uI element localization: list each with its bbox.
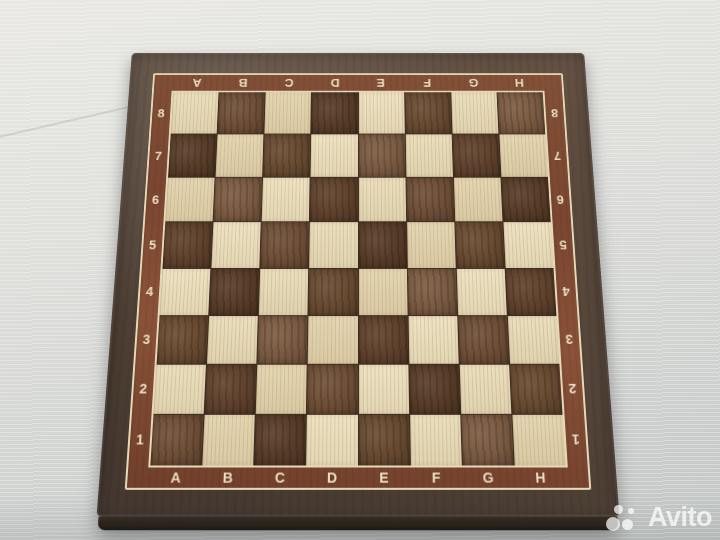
rank-label-left-6: 6 — [145, 178, 166, 223]
square-b2 — [205, 364, 257, 413]
square-d1 — [306, 415, 357, 466]
square-g1 — [461, 415, 514, 466]
rank-label-left-3: 3 — [135, 315, 157, 364]
square-b4 — [209, 268, 259, 314]
square-h4 — [505, 268, 556, 314]
square-c8 — [265, 92, 312, 133]
square-g7 — [452, 134, 500, 177]
rank-label-left-8: 8 — [151, 92, 172, 134]
chess-board: ABCDEFGH ABCDEFGH 87654321 87654321 — [97, 53, 620, 517]
square-h3 — [508, 316, 560, 364]
square-g5 — [455, 223, 504, 268]
rank-label-left-7: 7 — [148, 134, 169, 177]
square-f8 — [405, 92, 452, 133]
rank-label-left-4: 4 — [139, 268, 161, 315]
rank-label-right-8: 8 — [545, 92, 566, 134]
avito-logo-icon — [605, 504, 643, 534]
square-d5 — [309, 223, 357, 268]
square-f7 — [405, 134, 452, 177]
file-label-top-f: F — [404, 75, 450, 91]
rank-label-right-1: 1 — [564, 414, 587, 466]
square-a2 — [154, 364, 207, 413]
square-a1 — [150, 415, 203, 466]
file-label-bottom-h: H — [514, 468, 567, 488]
square-b6 — [214, 178, 263, 222]
square-g8 — [451, 92, 498, 133]
square-f6 — [406, 178, 454, 222]
file-label-top-c: C — [266, 75, 312, 91]
square-h2 — [510, 364, 563, 413]
file-label-top-g: G — [450, 75, 497, 91]
file-label-top-a: A — [173, 75, 220, 91]
avito-watermark: Avito — [605, 504, 712, 534]
square-c2 — [256, 364, 307, 413]
square-a7 — [168, 134, 217, 177]
square-c5 — [260, 223, 309, 268]
avito-watermark-text: Avito — [648, 504, 712, 534]
file-label-top-e: E — [358, 75, 404, 91]
square-d2 — [307, 364, 357, 413]
rank-label-right-2: 2 — [561, 364, 584, 414]
square-e2 — [358, 364, 408, 413]
square-e1 — [358, 415, 409, 466]
file-label-bottom-g: G — [462, 468, 515, 488]
square-e5 — [358, 223, 406, 268]
file-label-top-h: H — [496, 75, 543, 91]
square-b1 — [202, 415, 255, 466]
square-g4 — [456, 268, 506, 314]
file-label-top-d: D — [312, 75, 358, 91]
square-h7 — [499, 134, 548, 177]
rank-label-right-4: 4 — [555, 268, 577, 315]
square-g2 — [459, 364, 511, 413]
file-label-bottom-f: F — [410, 468, 463, 488]
square-c1 — [254, 415, 306, 466]
file-label-bottom-a: A — [149, 468, 202, 488]
square-a4 — [160, 268, 211, 314]
square-f3 — [408, 316, 458, 364]
rank-label-right-3: 3 — [558, 315, 580, 364]
rank-label-right-7: 7 — [547, 134, 568, 177]
square-h8 — [497, 92, 545, 133]
square-d4 — [309, 268, 358, 314]
rank-label-right-6: 6 — [550, 178, 571, 223]
board-squares-grid — [148, 91, 568, 468]
square-c3 — [258, 316, 308, 364]
square-g3 — [458, 316, 509, 364]
rank-label-left-5: 5 — [142, 222, 164, 268]
file-label-bottom-b: B — [201, 468, 254, 488]
square-d6 — [310, 178, 357, 222]
square-a6 — [165, 178, 214, 222]
square-e6 — [358, 178, 405, 222]
square-f5 — [407, 223, 456, 268]
square-a5 — [163, 223, 213, 268]
square-b8 — [218, 92, 265, 133]
square-d8 — [312, 92, 358, 133]
file-label-bottom-c: C — [253, 468, 306, 488]
square-c6 — [262, 178, 310, 222]
square-h1 — [512, 415, 565, 466]
square-e4 — [358, 268, 407, 314]
file-label-bottom-e: E — [358, 468, 410, 488]
square-e3 — [358, 316, 408, 364]
file-label-bottom-d: D — [306, 468, 358, 488]
square-f1 — [410, 415, 462, 466]
rank-label-right-5: 5 — [553, 222, 575, 268]
file-label-top-b: B — [220, 75, 267, 91]
file-labels-top: ABCDEFGH — [173, 75, 542, 91]
square-a3 — [157, 316, 209, 364]
square-e8 — [358, 92, 404, 133]
square-a8 — [171, 92, 219, 133]
square-c7 — [263, 134, 310, 177]
square-b5 — [211, 223, 260, 268]
board-outer-frame: ABCDEFGH ABCDEFGH 87654321 87654321 — [97, 53, 620, 517]
square-f2 — [409, 364, 460, 413]
rank-label-left-1: 1 — [128, 414, 151, 466]
square-d7 — [311, 134, 358, 177]
square-h6 — [501, 178, 550, 222]
square-f4 — [407, 268, 456, 314]
square-c4 — [259, 268, 308, 314]
rank-label-left-2: 2 — [132, 364, 155, 414]
square-e7 — [358, 134, 405, 177]
square-b7 — [216, 134, 264, 177]
file-labels-bottom: ABCDEFGH — [149, 468, 567, 488]
square-b3 — [207, 316, 258, 364]
square-h5 — [503, 223, 553, 268]
photo-scene: ABCDEFGH ABCDEFGH 87654321 87654321 Avit… — [0, 0, 720, 540]
square-g6 — [454, 178, 503, 222]
square-d3 — [308, 316, 358, 364]
